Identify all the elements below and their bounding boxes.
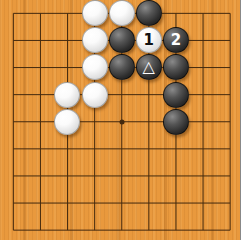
intersection-G1[interactable] <box>162 217 189 240</box>
intersection-B8[interactable] <box>27 27 54 54</box>
intersection-H9[interactable] <box>189 0 216 27</box>
intersection-A1[interactable] <box>0 217 27 240</box>
intersection-D6[interactable] <box>81 81 108 108</box>
intersection-H5[interactable] <box>189 108 216 135</box>
go-board: 12△ <box>0 0 240 240</box>
black-stone-G6[interactable] <box>163 82 189 108</box>
intersection-C7[interactable] <box>54 54 81 81</box>
intersection-D5[interactable] <box>81 108 108 135</box>
intersection-H6[interactable] <box>189 81 216 108</box>
black-stone-G8[interactable]: 2 <box>163 27 189 53</box>
intersection-B5[interactable] <box>27 108 54 135</box>
intersection-J9[interactable] <box>217 0 241 27</box>
intersection-J1[interactable] <box>217 217 241 240</box>
black-stone-G5[interactable] <box>163 109 189 135</box>
triangle-marker-icon: △ <box>143 59 155 75</box>
intersection-F4[interactable] <box>135 135 162 162</box>
white-stone-C6[interactable] <box>54 82 80 108</box>
intersection-D3[interactable] <box>81 162 108 189</box>
intersection-F2[interactable] <box>135 189 162 216</box>
intersection-G5[interactable] <box>162 108 189 135</box>
white-stone-F8[interactable]: 1 <box>136 27 162 53</box>
intersection-H8[interactable] <box>189 27 216 54</box>
intersection-E2[interactable] <box>108 189 135 216</box>
intersection-G6[interactable] <box>162 81 189 108</box>
intersection-C1[interactable] <box>54 217 81 240</box>
intersection-D7[interactable] <box>81 54 108 81</box>
intersection-A5[interactable] <box>0 108 27 135</box>
intersection-E1[interactable] <box>108 217 135 240</box>
intersection-J7[interactable] <box>217 54 241 81</box>
intersection-H4[interactable] <box>189 135 216 162</box>
intersection-J4[interactable] <box>217 135 241 162</box>
intersection-H3[interactable] <box>189 162 216 189</box>
intersection-F5[interactable] <box>135 108 162 135</box>
intersection-C3[interactable] <box>54 162 81 189</box>
intersection-J3[interactable] <box>217 162 241 189</box>
intersection-D4[interactable] <box>81 135 108 162</box>
white-stone-D8[interactable] <box>82 27 108 53</box>
black-stone-G7[interactable] <box>163 54 189 80</box>
intersection-D8[interactable] <box>81 27 108 54</box>
intersection-A7[interactable] <box>0 54 27 81</box>
white-stone-D6[interactable] <box>82 82 108 108</box>
intersection-E3[interactable] <box>108 162 135 189</box>
intersection-D1[interactable] <box>81 217 108 240</box>
intersection-B7[interactable] <box>27 54 54 81</box>
move-number-label: 2 <box>171 33 181 48</box>
white-stone-D9[interactable] <box>82 0 108 26</box>
intersection-B6[interactable] <box>27 81 54 108</box>
intersection-B9[interactable] <box>27 0 54 27</box>
intersection-B3[interactable] <box>27 162 54 189</box>
intersection-G8[interactable]: 2 <box>162 27 189 54</box>
black-stone-F7[interactable]: △ <box>136 54 162 80</box>
black-stone-E8[interactable] <box>109 27 135 53</box>
star-point-tengen <box>119 119 124 124</box>
intersection-J8[interactable] <box>217 27 241 54</box>
intersection-B4[interactable] <box>27 135 54 162</box>
intersection-E7[interactable] <box>108 54 135 81</box>
intersection-E6[interactable] <box>108 81 135 108</box>
intersection-G3[interactable] <box>162 162 189 189</box>
intersection-A6[interactable] <box>0 81 27 108</box>
intersection-J5[interactable] <box>217 108 241 135</box>
intersection-H2[interactable] <box>189 189 216 216</box>
intersection-F3[interactable] <box>135 162 162 189</box>
intersection-A3[interactable] <box>0 162 27 189</box>
intersection-A4[interactable] <box>0 135 27 162</box>
intersection-H7[interactable] <box>189 54 216 81</box>
intersection-C8[interactable] <box>54 27 81 54</box>
intersection-G9[interactable] <box>162 0 189 27</box>
intersection-E4[interactable] <box>108 135 135 162</box>
intersection-A9[interactable] <box>0 0 27 27</box>
intersection-C6[interactable] <box>54 81 81 108</box>
intersection-F7[interactable]: △ <box>135 54 162 81</box>
intersection-A2[interactable] <box>0 189 27 216</box>
intersection-D2[interactable] <box>81 189 108 216</box>
intersection-G7[interactable] <box>162 54 189 81</box>
intersection-C4[interactable] <box>54 135 81 162</box>
white-stone-D7[interactable] <box>82 54 108 80</box>
move-number-label: 1 <box>144 33 154 48</box>
intersection-C5[interactable] <box>54 108 81 135</box>
intersection-E9[interactable] <box>108 0 135 27</box>
intersection-C2[interactable] <box>54 189 81 216</box>
intersection-A8[interactable] <box>0 27 27 54</box>
black-stone-F9[interactable] <box>136 0 162 26</box>
white-stone-C5[interactable] <box>54 109 80 135</box>
intersection-F6[interactable] <box>135 81 162 108</box>
intersection-G4[interactable] <box>162 135 189 162</box>
intersection-C9[interactable] <box>54 0 81 27</box>
intersection-B1[interactable] <box>27 217 54 240</box>
intersection-H1[interactable] <box>189 217 216 240</box>
intersection-J2[interactable] <box>217 189 241 216</box>
intersection-D9[interactable] <box>81 0 108 27</box>
intersection-J6[interactable] <box>217 81 241 108</box>
white-stone-E9[interactable] <box>109 0 135 26</box>
black-stone-E7[interactable] <box>109 54 135 80</box>
intersection-E8[interactable] <box>108 27 135 54</box>
intersection-B2[interactable] <box>27 189 54 216</box>
intersection-F9[interactable] <box>135 0 162 27</box>
intersection-F1[interactable] <box>135 217 162 240</box>
intersection-F8[interactable]: 1 <box>135 27 162 54</box>
intersection-G2[interactable] <box>162 189 189 216</box>
